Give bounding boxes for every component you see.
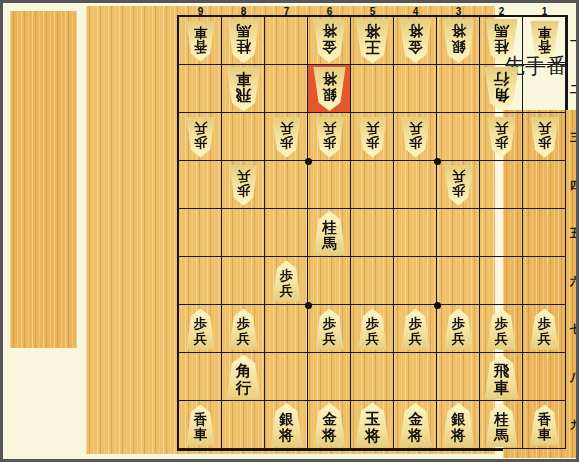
piece-kanji: 歩兵	[314, 117, 345, 158]
piece-kanji: 歩兵	[400, 309, 431, 350]
square-6三[interactable]: 歩兵	[308, 113, 351, 161]
square-8五[interactable]	[222, 209, 265, 257]
sente-pawn[interactable]: 歩兵	[228, 309, 259, 350]
file-label-8: 8	[222, 6, 265, 17]
square-4三[interactable]: 歩兵	[394, 113, 437, 161]
square-6五[interactable]: 桂馬	[308, 209, 351, 257]
sente-komadai-tray	[503, 110, 577, 458]
square-3七[interactable]: 歩兵	[437, 305, 480, 353]
square-8九[interactable]	[222, 401, 265, 449]
sente-gold[interactable]: 金将	[398, 403, 433, 447]
piece-kanji: 歩兵	[357, 309, 388, 350]
gote-pawn[interactable]: 歩兵	[443, 165, 474, 206]
rank-label: 四	[568, 161, 579, 209]
piece-kanji: 歩兵	[314, 309, 345, 350]
piece-kanji: 香車	[185, 405, 216, 446]
piece-kanji: 歩兵	[443, 165, 474, 206]
piece-kanji: 歩兵	[228, 309, 259, 350]
square-3六[interactable]	[437, 257, 480, 305]
file-label-7: 7	[265, 6, 308, 17]
square-7五[interactable]	[265, 209, 308, 257]
sente-pawn[interactable]: 歩兵	[443, 309, 474, 350]
square-6六[interactable]	[308, 257, 351, 305]
rank-label: 七	[568, 305, 579, 353]
file-label-2: 2	[480, 6, 523, 17]
gote-silver[interactable]: 銀将	[441, 19, 476, 63]
square-3二[interactable]	[437, 65, 480, 113]
sente-pawn[interactable]: 歩兵	[357, 309, 388, 350]
square-7三[interactable]: 歩兵	[265, 113, 308, 161]
rank-label: 一	[568, 17, 579, 65]
file-label-4: 4	[394, 6, 437, 17]
square-5三[interactable]: 歩兵	[351, 113, 394, 161]
square-8三[interactable]	[222, 113, 265, 161]
square-5五[interactable]	[351, 209, 394, 257]
gote-rook[interactable]: 飛車	[225, 67, 262, 112]
square-9八[interactable]	[179, 353, 222, 401]
file-label-6: 6	[308, 6, 351, 17]
square-7九[interactable]: 銀将	[265, 401, 308, 449]
piece-kanji: 銀将	[441, 19, 476, 63]
square-5九[interactable]: 玉将	[351, 401, 394, 449]
square-5七[interactable]: 歩兵	[351, 305, 394, 353]
piece-kanji: 歩兵	[228, 165, 259, 206]
piece-kanji: 金将	[398, 19, 433, 63]
rank-label: 九	[568, 401, 579, 449]
piece-kanji: 玉将	[354, 403, 391, 448]
piece-kanji: 歩兵	[271, 117, 302, 158]
square-9三[interactable]: 歩兵	[179, 113, 222, 161]
square-4一[interactable]: 金将	[394, 17, 437, 65]
gote-gold[interactable]: 金将	[312, 19, 347, 63]
square-5六[interactable]	[351, 257, 394, 305]
piece-kanji: 歩兵	[185, 309, 216, 350]
square-7七[interactable]	[265, 305, 308, 353]
square-9九[interactable]: 香車	[179, 401, 222, 449]
shogi-app-window: 香車桂馬金将王将金将銀将桂馬香車飛車銀将角行歩兵歩兵歩兵歩兵歩兵歩兵歩兵歩兵歩兵…	[0, 0, 579, 462]
square-4五[interactable]	[394, 209, 437, 257]
sente-bishop[interactable]: 角行	[225, 355, 262, 400]
column-labels: 987654321	[179, 6, 566, 17]
square-3三[interactable]	[437, 113, 480, 161]
square-8二[interactable]: 飛車	[222, 65, 265, 113]
sente-lance[interactable]: 香車	[185, 405, 216, 446]
square-5二[interactable]	[351, 65, 394, 113]
file-label-5: 5	[351, 6, 394, 17]
square-3四[interactable]: 歩兵	[437, 161, 480, 209]
square-7八[interactable]	[265, 353, 308, 401]
square-9四[interactable]	[179, 161, 222, 209]
square-8八[interactable]: 角行	[222, 353, 265, 401]
square-4六[interactable]	[394, 257, 437, 305]
square-7六[interactable]: 歩兵	[265, 257, 308, 305]
piece-kanji: 桂馬	[312, 211, 347, 255]
gote-gold[interactable]: 金将	[398, 19, 433, 63]
piece-kanji: 歩兵	[357, 117, 388, 158]
piece-kanji: 金将	[398, 403, 433, 447]
gote-pawn[interactable]: 歩兵	[228, 165, 259, 206]
gote-king[interactable]: 王将	[354, 19, 391, 64]
file-label-9: 9	[179, 6, 222, 17]
gote-pawn[interactable]: 歩兵	[314, 117, 345, 158]
square-4二[interactable]	[394, 65, 437, 113]
sente-pawn[interactable]: 歩兵	[400, 309, 431, 350]
sente-pawn[interactable]: 歩兵	[271, 261, 302, 302]
piece-kanji: 銀将	[312, 67, 347, 111]
sente-silver[interactable]: 銀将	[269, 403, 304, 447]
square-3九[interactable]: 銀将	[437, 401, 480, 449]
rank-label: 五	[568, 209, 579, 257]
square-6四[interactable]	[308, 161, 351, 209]
rank-label: 八	[568, 353, 579, 401]
gote-pawn[interactable]: 歩兵	[400, 117, 431, 158]
square-7二[interactable]	[265, 65, 308, 113]
square-4七[interactable]: 歩兵	[394, 305, 437, 353]
square-5一[interactable]: 王将	[351, 17, 394, 65]
sente-gold[interactable]: 金将	[312, 403, 347, 447]
square-4八[interactable]	[394, 353, 437, 401]
piece-kanji: 金将	[312, 403, 347, 447]
square-5四[interactable]	[351, 161, 394, 209]
square-3八[interactable]	[437, 353, 480, 401]
file-label-1: 1	[523, 6, 566, 17]
gote-pawn[interactable]: 歩兵	[357, 117, 388, 158]
gote-komadai-tray	[10, 11, 77, 348]
piece-kanji: 銀将	[441, 403, 476, 447]
sente-silver[interactable]: 銀将	[441, 403, 476, 447]
square-2二[interactable]: 角行	[480, 65, 523, 113]
square-8一[interactable]: 桂馬	[222, 17, 265, 65]
piece-kanji: 桂馬	[226, 19, 261, 63]
sente-pawn[interactable]: 歩兵	[314, 309, 345, 350]
sente-knight[interactable]: 桂馬	[312, 211, 347, 255]
square-9一[interactable]: 香車	[179, 17, 222, 65]
piece-kanji: 歩兵	[443, 309, 474, 350]
row-labels: 一二三四五六七八九	[568, 17, 579, 449]
gote-lance[interactable]: 香車	[185, 21, 216, 62]
square-9六[interactable]	[179, 257, 222, 305]
piece-kanji: 角行	[483, 67, 520, 112]
square-6八[interactable]	[308, 353, 351, 401]
gote-pawn[interactable]: 歩兵	[185, 117, 216, 158]
square-9五[interactable]	[179, 209, 222, 257]
piece-kanji: 角行	[225, 355, 262, 400]
square-4九[interactable]: 金将	[394, 401, 437, 449]
file-label-3: 3	[437, 6, 480, 17]
sente-pawn[interactable]: 歩兵	[185, 309, 216, 350]
piece-kanji: 銀将	[269, 403, 304, 447]
square-6九[interactable]: 金将	[308, 401, 351, 449]
square-3五[interactable]	[437, 209, 480, 257]
square-3一[interactable]: 銀将	[437, 17, 480, 65]
rank-label: 二	[568, 65, 579, 113]
piece-kanji: 金将	[312, 19, 347, 63]
square-6一[interactable]: 金将	[308, 17, 351, 65]
square-9二[interactable]	[179, 65, 222, 113]
square-6二[interactable]: 銀将	[308, 65, 351, 113]
square-9七[interactable]: 歩兵	[179, 305, 222, 353]
shogi-board: 香車桂馬金将王将金将銀将桂馬香車飛車銀将角行歩兵歩兵歩兵歩兵歩兵歩兵歩兵歩兵歩兵…	[86, 6, 495, 454]
square-8七[interactable]: 歩兵	[222, 305, 265, 353]
piece-kanji: 歩兵	[400, 117, 431, 158]
piece-kanji: 歩兵	[185, 117, 216, 158]
square-7一[interactable]	[265, 17, 308, 65]
square-6七[interactable]: 歩兵	[308, 305, 351, 353]
sente-king[interactable]: 玉将	[354, 403, 391, 448]
rank-label: 三	[568, 113, 579, 161]
rank-label: 六	[568, 257, 579, 305]
piece-kanji: 香車	[185, 21, 216, 62]
square-7四[interactable]	[265, 161, 308, 209]
gote-knight[interactable]: 桂馬	[226, 19, 261, 63]
gote-silver[interactable]: 銀将	[312, 67, 347, 111]
square-8六[interactable]	[222, 257, 265, 305]
square-5八[interactable]	[351, 353, 394, 401]
piece-kanji: 王将	[354, 19, 391, 64]
square-4四[interactable]	[394, 161, 437, 209]
piece-kanji: 歩兵	[271, 261, 302, 302]
gote-pawn[interactable]: 歩兵	[271, 117, 302, 158]
square-8四[interactable]: 歩兵	[222, 161, 265, 209]
gote-bishop[interactable]: 角行	[483, 67, 520, 112]
piece-kanji: 飛車	[225, 67, 262, 112]
